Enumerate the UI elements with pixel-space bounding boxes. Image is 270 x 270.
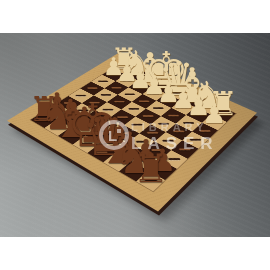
piece-slot <box>193 114 204 116</box>
piece-slot <box>163 100 173 102</box>
piece-slot <box>199 130 210 132</box>
piece-slot <box>111 87 121 89</box>
piece-slot <box>136 141 148 143</box>
piece-slot <box>149 93 159 95</box>
piece-slot <box>114 101 124 103</box>
piece-slot <box>65 118 76 120</box>
piece-slot <box>187 99 197 101</box>
piece-slot <box>140 159 152 161</box>
piece-slot <box>117 116 128 118</box>
piece-slot <box>173 92 183 94</box>
piece-slot <box>119 67 129 68</box>
piece-slot <box>76 95 86 97</box>
piece-slot <box>108 142 120 144</box>
piece-slot <box>38 119 49 121</box>
piece-slot <box>91 117 102 119</box>
piece-slot <box>139 100 149 102</box>
piece-slot <box>147 132 158 134</box>
piece-slot <box>168 115 179 117</box>
piece-slot <box>64 102 75 104</box>
piece-slot <box>98 80 108 82</box>
piece-slot <box>183 122 194 124</box>
piece-slot <box>125 93 135 95</box>
piece-slot <box>179 148 191 150</box>
piece-slot <box>96 151 108 153</box>
piece-slot <box>151 149 163 151</box>
piece-slot <box>158 123 169 125</box>
piece-slot <box>77 110 88 112</box>
product-image: ♜♞♟♝♟♚♟♛♟♝♟♞♟♟♜♟♟♜♟♟♞♟♝♟♚♟♛♟♝♟♞♜ L LIBRA… <box>0 0 270 270</box>
piece-slot <box>79 125 90 127</box>
piece-slot <box>81 143 93 145</box>
piece-slot <box>173 131 184 133</box>
photo-area: ♜♞♟♝♟♚♟♛♟♝♟♞♟♟♜♟♟♜♟♟♞♟♝♟♚♟♛♟♝♟♞♜ L LIBRA… <box>0 33 270 237</box>
piece-slot <box>87 87 97 89</box>
piece-slot <box>128 108 139 110</box>
piece-slot <box>168 158 180 160</box>
piece-slot <box>101 94 111 96</box>
piece-slot <box>124 150 136 152</box>
piece-slot <box>132 124 143 126</box>
piece-slot <box>218 113 229 115</box>
piece-slot <box>66 134 77 136</box>
piece-slot <box>202 106 213 108</box>
piece-slot <box>189 139 201 141</box>
piece-slot <box>111 160 123 162</box>
piece-slot <box>178 107 189 109</box>
piece-slot <box>144 179 157 181</box>
piece-slot <box>143 115 154 117</box>
piece-slot <box>145 79 155 80</box>
piece-slot <box>127 170 139 172</box>
piece-slot <box>159 86 169 88</box>
piece-slot <box>52 126 63 128</box>
piece-slot <box>156 168 168 170</box>
piece-slot <box>106 125 117 127</box>
piece-slot <box>103 109 114 111</box>
piece-slot <box>51 110 62 112</box>
piece-slot <box>132 73 142 74</box>
piece-slot <box>93 133 104 135</box>
piece-slot <box>135 86 145 88</box>
chess-board <box>7 52 257 212</box>
piece-slot <box>109 74 119 75</box>
piece-slot <box>209 121 220 123</box>
piece-slot <box>120 133 131 135</box>
piece-slot <box>153 107 164 109</box>
piece-slot <box>163 140 175 142</box>
piece-slot <box>89 102 99 104</box>
piece-slot <box>122 80 132 82</box>
